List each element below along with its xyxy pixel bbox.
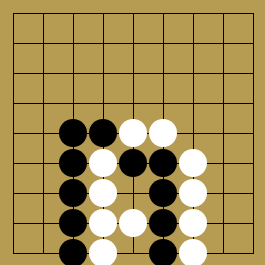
board-intersection [178,148,208,178]
board-intersection [58,148,88,178]
board-intersection [178,178,208,208]
board-intersection [88,238,118,265]
board-intersection [118,208,148,238]
stones-layer [0,0,265,265]
white-stone [179,239,207,265]
white-stone [179,149,207,177]
black-stone [149,179,177,207]
board-intersection [58,118,88,148]
board-intersection [58,238,88,265]
white-stone [149,119,177,147]
black-stone [59,179,87,207]
board-intersection [148,178,178,208]
board-intersection [148,238,178,265]
board-intersection [118,118,148,148]
board-intersection [148,118,178,148]
black-stone [59,149,87,177]
white-stone [89,149,117,177]
board-intersection [88,118,118,148]
black-stone [149,209,177,237]
board-intersection [58,178,88,208]
board-intersection [58,208,88,238]
black-stone [59,239,87,265]
black-stone [149,149,177,177]
black-stone [149,239,177,265]
board-intersection [88,178,118,208]
board-intersection [178,238,208,265]
board-intersection [118,148,148,178]
board-intersection [148,208,178,238]
white-stone [179,179,207,207]
board-intersection [178,208,208,238]
board-intersection [88,208,118,238]
black-stone [119,149,147,177]
white-stone [89,179,117,207]
black-stone [59,119,87,147]
black-stone [89,119,117,147]
white-stone [179,209,207,237]
board-intersection [148,148,178,178]
white-stone [119,119,147,147]
white-stone [89,209,117,237]
black-stone [59,209,87,237]
white-stone [89,239,117,265]
go-board[interactable] [0,0,265,265]
board-intersection [88,148,118,178]
white-stone [119,209,147,237]
